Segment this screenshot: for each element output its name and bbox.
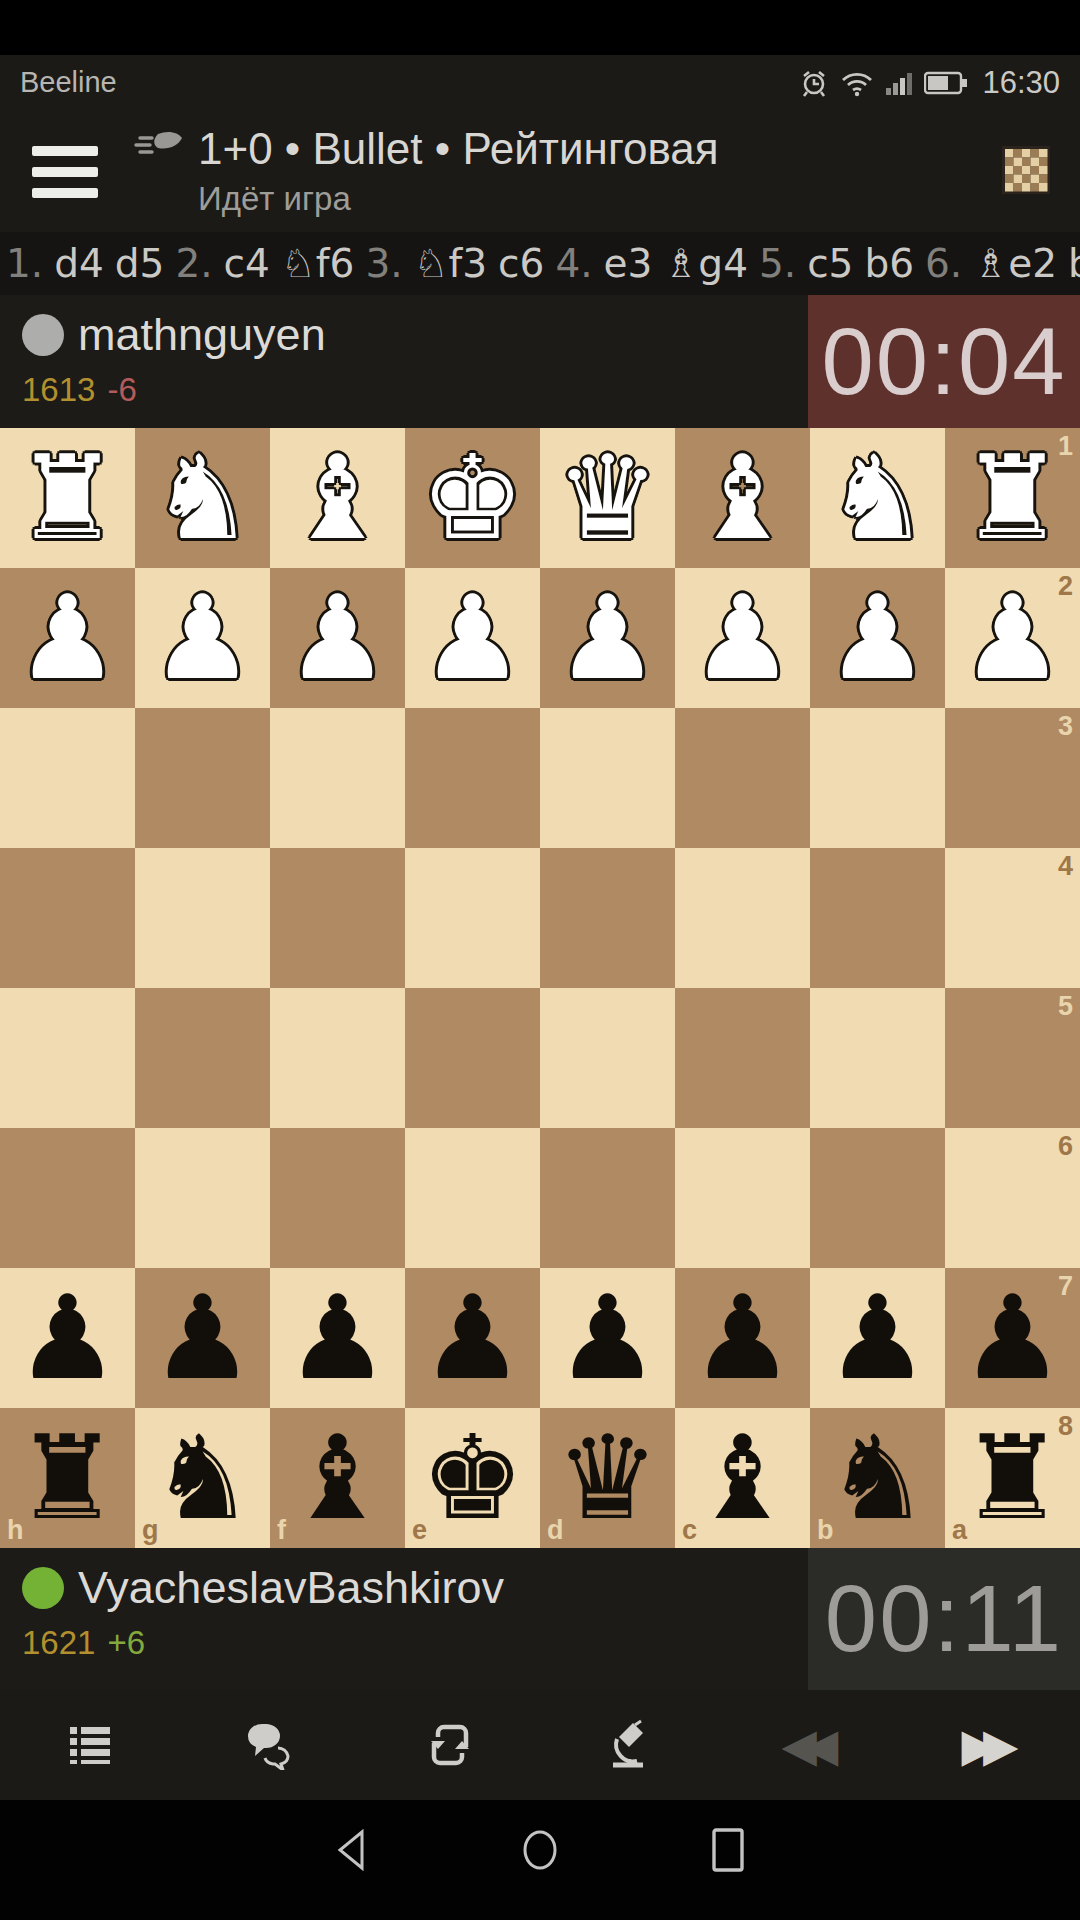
game-title: 1+0 • Bullet • Рейтинговая [198,124,719,174]
player-top-row: mathnguyen 1613 -6 00:04 [0,295,1080,428]
square-h3[interactable] [0,708,135,848]
square-f3[interactable] [270,708,405,848]
menu-icon[interactable] [32,146,98,209]
square-d2[interactable]: ♟ [540,568,675,708]
file-label: f [277,1517,286,1544]
player-bottom-status-dot [22,1567,64,1609]
square-c8[interactable]: ♝c [675,1408,810,1548]
rank-label: 6 [1058,1133,1073,1160]
square-e3[interactable] [405,708,540,848]
rank-label: 4 [1058,853,1073,880]
file-label: e [412,1517,427,1544]
chat-button[interactable] [180,1690,360,1800]
square-b3[interactable] [810,708,945,848]
rank-label: 2 [1058,573,1073,600]
move-number: 5. [759,241,796,286]
square-h1[interactable]: ♜ [0,428,135,568]
square-g4[interactable] [135,848,270,988]
black-pawn-piece: ♟ [826,1280,930,1396]
black-king-piece: ♚ [421,1420,525,1536]
square-f1[interactable]: ♝ [270,428,405,568]
square-h4[interactable] [0,848,135,988]
square-d8[interactable]: ♛d [540,1408,675,1548]
nav-back-button[interactable] [324,1822,380,1878]
square-f7[interactable]: ♟ [270,1268,405,1408]
square-e7[interactable]: ♟ [405,1268,540,1408]
move-san[interactable]: e3 [604,241,653,286]
white-pawn-piece: ♟ [691,580,795,696]
white-rook-piece: ♜ [961,440,1065,556]
analysis-button[interactable] [540,1690,720,1800]
chess-board: ♜♞♝♚♛♝♞♜1♟♟♟♟♟♟♟♟23456♟♟♟♟♟♟♟♟7♜h♞g♝f♚e♛… [0,428,1080,1548]
square-d3[interactable] [540,708,675,848]
square-g7[interactable]: ♟ [135,1268,270,1408]
nav-home-button[interactable] [512,1822,568,1878]
square-d7[interactable]: ♟ [540,1268,675,1408]
battery-icon [924,69,968,97]
game-status: Идёт игра [198,180,719,218]
rank-label: 5 [1058,993,1073,1020]
black-bishop-piece: ♝ [286,1420,390,1536]
square-d5[interactable] [540,988,675,1128]
square-e1[interactable]: ♚ [405,428,540,568]
mini-chessboard-icon[interactable] [1002,146,1050,198]
app-header: 1+0 • Bullet • Рейтинговая Идёт игра [0,110,1080,232]
black-queen-piece: ♛ [556,1420,660,1536]
move-san[interactable]: c4 [224,241,270,286]
white-pawn-piece: ♟ [151,580,255,696]
square-a7[interactable]: ♟7 [945,1268,1080,1408]
square-f5[interactable] [270,988,405,1128]
black-rook-piece: ♜ [961,1420,1065,1536]
player-top-rating-diff: -6 [107,371,136,409]
square-b4[interactable] [810,848,945,988]
square-b5[interactable] [810,988,945,1128]
status-time: 16:30 [982,65,1060,101]
flip-board-button[interactable] [360,1690,540,1800]
square-e8[interactable]: ♚e [405,1408,540,1548]
move-san[interactable]: b6 [864,241,914,286]
black-bishop-piece: ♝ [691,1420,795,1536]
forward-button[interactable]: ▶▶ [900,1690,1080,1800]
white-bishop-piece: ♝ [691,440,795,556]
black-pawn-piece: ♟ [16,1280,120,1396]
player-bottom-rating-diff: +6 [107,1624,145,1662]
square-e6[interactable] [405,1128,540,1268]
white-pawn-piece: ♟ [556,580,660,696]
white-pawn-piece: ♟ [421,580,525,696]
black-pawn-piece: ♟ [151,1280,255,1396]
square-h6[interactable] [0,1128,135,1268]
move-san[interactable]: d5 [115,241,165,286]
player-bottom-row: VyacheslavBashkirov 1621 +6 00:11 [0,1548,1080,1690]
square-d1[interactable]: ♛ [540,428,675,568]
square-c4[interactable] [675,848,810,988]
square-b6[interactable] [810,1128,945,1268]
square-a4[interactable]: 4 [945,848,1080,988]
black-rook-piece: ♜ [16,1420,120,1536]
square-g2[interactable]: ♟ [135,568,270,708]
player-top-rating: 1613 [22,371,95,409]
square-a6[interactable]: 6 [945,1128,1080,1268]
black-pawn-piece: ♟ [421,1280,525,1396]
move-number: 2. [175,241,212,286]
file-label: h [7,1517,24,1544]
white-pawn-piece: ♟ [961,580,1065,696]
player-bottom-clock: 00:11 [808,1548,1080,1690]
square-b7[interactable]: ♟ [810,1268,945,1408]
black-knight-piece: ♞ [151,1420,255,1536]
square-g5[interactable] [135,988,270,1128]
square-a1[interactable]: ♜1 [945,428,1080,568]
white-king-piece: ♚ [421,440,525,556]
square-a5[interactable]: 5 [945,988,1080,1128]
white-knight-piece: ♞ [151,440,255,556]
file-label: c [682,1517,697,1544]
white-pawn-piece: ♟ [286,580,390,696]
white-rook-piece: ♜ [16,440,120,556]
square-e5[interactable] [405,988,540,1128]
square-b1[interactable]: ♞ [810,428,945,568]
nav-recents-button[interactable] [700,1822,756,1878]
square-e4[interactable] [405,848,540,988]
move-san[interactable]: ♗e2 [973,241,1057,286]
square-c2[interactable]: ♟ [675,568,810,708]
square-a8[interactable]: ♜8a [945,1408,1080,1548]
square-g3[interactable] [135,708,270,848]
move-number: 4. [555,241,592,286]
black-pawn-piece: ♟ [691,1280,795,1396]
white-pawn-piece: ♟ [16,580,120,696]
carrier-label: Beeline [20,66,117,99]
square-h7[interactable]: ♟ [0,1268,135,1408]
black-pawn-piece: ♟ [961,1280,1065,1396]
square-f8[interactable]: ♝f [270,1408,405,1548]
signal-icon [884,69,914,97]
file-label: b [817,1517,834,1544]
square-a3[interactable]: 3 [945,708,1080,848]
square-c3[interactable] [675,708,810,848]
move-san[interactable]: bxc5 [1068,241,1080,286]
game-toolbar: ◀◀ ▶▶ [0,1690,1080,1800]
player-top-name[interactable]: mathnguyen [78,309,326,361]
square-b2[interactable]: ♟ [810,568,945,708]
square-c6[interactable] [675,1128,810,1268]
player-top-clock: 00:04 [808,295,1080,428]
square-h5[interactable] [0,988,135,1128]
white-queen-piece: ♛ [556,440,660,556]
move-number: 1. [6,241,43,286]
move-san[interactable]: c5 [807,241,853,286]
rank-label: 8 [1058,1413,1073,1440]
move-san[interactable]: ♗g4 [663,241,748,286]
rewind-icon: ◀◀ [782,1718,839,1772]
square-d6[interactable] [540,1128,675,1268]
square-b8[interactable]: ♞b [810,1408,945,1548]
move-san[interactable]: d4 [54,241,104,286]
android-nav-bar [0,1800,1080,1920]
square-g1[interactable]: ♞ [135,428,270,568]
white-pawn-piece: ♟ [826,580,930,696]
square-e2[interactable]: ♟ [405,568,540,708]
lichess-mobile-screen: Beeline [0,0,1080,1920]
player-top-status-dot [22,314,64,356]
square-h8[interactable]: ♜h [0,1408,135,1548]
white-bishop-piece: ♝ [286,440,390,556]
rank-label: 1 [1058,433,1073,460]
player-bottom-name[interactable]: VyacheslavBashkirov [78,1562,504,1614]
white-knight-piece: ♞ [826,440,930,556]
square-c5[interactable] [675,988,810,1128]
forward-icon: ▶▶ [962,1718,1019,1772]
square-d4[interactable] [540,848,675,988]
move-san[interactable]: c6 [498,241,544,286]
move-number: 3. [365,241,402,286]
move-number: 6. [925,241,962,286]
move-list[interactable]: 1.d4d52.c4♘f63.♘f3c64.e3♗g45.c5b66.♗e2bx… [0,232,1080,295]
alarm-icon [798,67,830,99]
square-g6[interactable] [135,1128,270,1268]
bullet-icon [132,124,188,174]
square-g8[interactable]: ♞g [135,1408,270,1548]
android-status-bar: Beeline [0,55,1080,110]
rank-label: 7 [1058,1273,1073,1300]
black-pawn-piece: ♟ [556,1280,660,1396]
player-bottom-rating: 1621 [22,1624,95,1662]
square-f2[interactable]: ♟ [270,568,405,708]
square-f4[interactable] [270,848,405,988]
file-label: g [142,1517,159,1544]
square-c1[interactable]: ♝ [675,428,810,568]
black-pawn-piece: ♟ [286,1280,390,1396]
top-bezel [0,0,1080,55]
file-label: d [547,1517,564,1544]
square-h2[interactable]: ♟ [0,568,135,708]
black-knight-piece: ♞ [826,1420,930,1536]
rank-label: 3 [1058,713,1073,740]
square-a2[interactable]: ♟2 [945,568,1080,708]
wifi-icon [840,68,874,98]
move-san[interactable]: ♘f6 [281,241,355,286]
square-c7[interactable]: ♟ [675,1268,810,1408]
rewind-button[interactable]: ◀◀ [720,1690,900,1800]
file-label: a [952,1517,967,1544]
square-f6[interactable] [270,1128,405,1268]
moves-list-button[interactable] [0,1690,180,1800]
move-san[interactable]: ♘f3 [414,241,488,286]
